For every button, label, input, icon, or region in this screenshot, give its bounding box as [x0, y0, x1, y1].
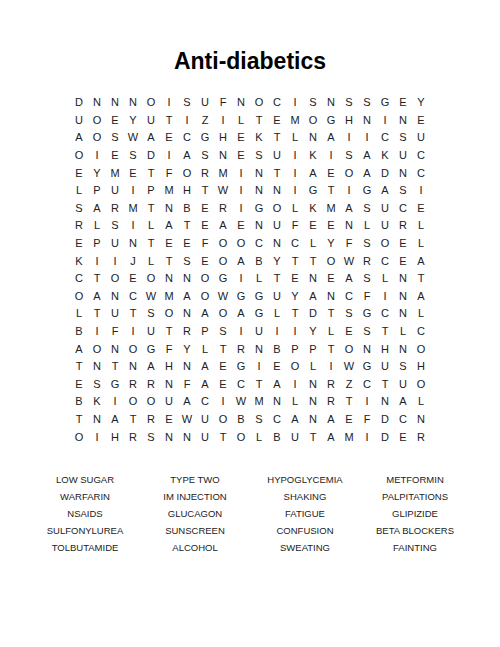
grid-cell: U	[394, 376, 412, 394]
grid-cell: T	[160, 323, 178, 341]
word-search-grid: DNNNOISUFNOCISNSSGEYUOEYUTIZILTEMOGHNINE…	[70, 94, 430, 446]
grid-cell: U	[394, 147, 412, 165]
word-list-item: PALPITATIONS	[360, 488, 470, 505]
grid-cell: T	[322, 305, 340, 323]
grid-cell: O	[232, 235, 250, 253]
grid-cell: I	[214, 112, 232, 130]
grid-cell: Z	[340, 376, 358, 394]
grid-cell: U	[412, 129, 430, 147]
word-list-item: SWEATING	[250, 539, 360, 556]
grid-cell: U	[196, 428, 214, 446]
grid-cell: R	[322, 393, 340, 411]
grid-cell: C	[178, 129, 196, 147]
grid-cell: N	[250, 164, 268, 182]
grid-cell: I	[358, 428, 376, 446]
grid-cell: F	[286, 217, 304, 235]
grid-cell: I	[106, 252, 124, 270]
grid-cell: I	[286, 164, 304, 182]
grid-cell: C	[124, 288, 142, 306]
grid-cell: L	[88, 217, 106, 235]
grid-cell: I	[322, 358, 340, 376]
grid-cell: U	[70, 112, 88, 130]
grid-cell: A	[394, 393, 412, 411]
grid-cell: D	[376, 164, 394, 182]
grid-cell: E	[232, 217, 250, 235]
grid-cell: S	[340, 305, 358, 323]
grid-cell: A	[358, 164, 376, 182]
word-list-item: BETA BLOCKERS	[360, 522, 470, 539]
grid-cell: S	[106, 129, 124, 147]
grid-cell: L	[250, 428, 268, 446]
grid-cell: T	[304, 252, 322, 270]
grid-cell: E	[124, 164, 142, 182]
grid-cell: I	[160, 94, 178, 112]
grid-cell: O	[178, 164, 196, 182]
grid-cell: A	[322, 129, 340, 147]
grid-cell: O	[124, 340, 142, 358]
grid-cell: N	[214, 147, 232, 165]
grid-cell: I	[88, 147, 106, 165]
grid-cell: U	[376, 217, 394, 235]
grid-cell: U	[196, 411, 214, 429]
grid-cell: E	[160, 411, 178, 429]
grid-cell: P	[88, 235, 106, 253]
grid-cell: C	[340, 288, 358, 306]
grid-cell: W	[214, 288, 232, 306]
grid-cell: I	[160, 147, 178, 165]
grid-cell: I	[412, 182, 430, 200]
grid-cell: B	[70, 393, 88, 411]
grid-cell: S	[250, 147, 268, 165]
grid-cell: N	[358, 112, 376, 130]
word-list-item: NSAIDS	[30, 505, 140, 522]
grid-cell: N	[178, 358, 196, 376]
word-list-column: HYPOGLYCEMIASHAKINGFATIGUECONFUSIONSWEAT…	[250, 471, 360, 556]
grid-cell: A	[70, 129, 88, 147]
grid-cell: W	[340, 252, 358, 270]
grid-cell: E	[394, 235, 412, 253]
grid-cell: S	[304, 94, 322, 112]
grid-cell: A	[142, 358, 160, 376]
grid-cell: F	[106, 323, 124, 341]
grid-cell: W	[124, 129, 142, 147]
grid-cell: N	[376, 393, 394, 411]
grid-cell: O	[142, 270, 160, 288]
grid-cell: E	[124, 270, 142, 288]
grid-cell: N	[88, 411, 106, 429]
grid-cell: E	[232, 129, 250, 147]
word-list-column: METFORMINPALPITATIONSGLIPIZIDEBETA BLOCK…	[360, 471, 470, 556]
grid-cell: C	[268, 411, 286, 429]
grid-cell: U	[106, 235, 124, 253]
grid-cell: O	[142, 94, 160, 112]
grid-cell: T	[268, 164, 286, 182]
grid-cell: E	[268, 358, 286, 376]
grid-cell: O	[196, 288, 214, 306]
grid-cell: A	[88, 288, 106, 306]
grid-cell: O	[196, 270, 214, 288]
grid-cell: N	[304, 129, 322, 147]
grid-cell: C	[232, 376, 250, 394]
grid-cell: E	[214, 358, 232, 376]
grid-cell: F	[340, 235, 358, 253]
word-list-item: ALCOHOL	[140, 539, 250, 556]
grid-cell: A	[268, 376, 286, 394]
grid-cell: D	[376, 428, 394, 446]
grid-cell: L	[358, 217, 376, 235]
grid-cell: N	[358, 340, 376, 358]
grid-cell: E	[70, 376, 88, 394]
word-list-item: CONFUSION	[250, 522, 360, 539]
word-list-item: METFORMIN	[360, 471, 470, 488]
grid-cell: E	[214, 376, 232, 394]
grid-cell: F	[160, 340, 178, 358]
grid-cell: Y	[412, 94, 430, 112]
grid-cell: O	[88, 112, 106, 130]
grid-cell: S	[340, 147, 358, 165]
grid-cell: T	[70, 358, 88, 376]
grid-cell: O	[214, 235, 232, 253]
grid-cell: I	[286, 323, 304, 341]
grid-cell: T	[214, 428, 232, 446]
grid-cell: I	[232, 270, 250, 288]
grid-cell: O	[70, 288, 88, 306]
grid-cell: W	[178, 411, 196, 429]
grid-cell: O	[160, 305, 178, 323]
grid-cell: N	[106, 94, 124, 112]
grid-cell: N	[304, 376, 322, 394]
grid-cell: E	[286, 270, 304, 288]
word-list-item: LOW SUGAR	[30, 471, 140, 488]
grid-cell: F	[358, 288, 376, 306]
grid-cell: N	[394, 164, 412, 182]
word-list-item: HYPOGLYCEMIA	[250, 471, 360, 488]
grid-cell: D	[70, 94, 88, 112]
grid-cell: E	[106, 112, 124, 130]
grid-cell: I	[376, 288, 394, 306]
grid-cell: A	[304, 288, 322, 306]
grid-cell: E	[106, 147, 124, 165]
puzzle-title: Anti-diabetics	[0, 48, 500, 75]
grid-cell: K	[250, 129, 268, 147]
grid-cell: E	[412, 200, 430, 218]
grid-cell: L	[412, 393, 430, 411]
grid-cell: U	[142, 112, 160, 130]
grid-cell: U	[160, 393, 178, 411]
grid-cell: R	[70, 217, 88, 235]
grid-cell: C	[394, 411, 412, 429]
grid-cell: N	[124, 94, 142, 112]
grid-cell: M	[340, 428, 358, 446]
grid-cell: T	[268, 270, 286, 288]
grid-cell: I	[250, 358, 268, 376]
grid-cell: R	[124, 428, 142, 446]
grid-cell: A	[196, 376, 214, 394]
grid-cell: Y	[322, 235, 340, 253]
grid-cell: N	[250, 217, 268, 235]
grid-cell: L	[376, 270, 394, 288]
grid-cell: S	[142, 305, 160, 323]
grid-cell: S	[340, 94, 358, 112]
grid-cell: U	[106, 305, 124, 323]
grid-cell: M	[160, 288, 178, 306]
grid-cell: B	[268, 340, 286, 358]
word-list-item: GLIPIZIDE	[360, 505, 470, 522]
grid-cell: L	[394, 323, 412, 341]
grid-cell: R	[106, 200, 124, 218]
grid-cell: I	[232, 200, 250, 218]
grid-cell: Y	[304, 323, 322, 341]
grid-cell: C	[196, 393, 214, 411]
grid-cell: I	[106, 393, 124, 411]
grid-cell: U	[106, 182, 124, 200]
grid-cell: F	[196, 235, 214, 253]
grid-cell: A	[178, 393, 196, 411]
grid-cell: C	[412, 164, 430, 182]
grid-cell: O	[214, 411, 232, 429]
grid-cell: G	[250, 288, 268, 306]
grid-cell: A	[322, 428, 340, 446]
grid-cell: O	[286, 358, 304, 376]
grid-cell: O	[106, 270, 124, 288]
grid-cell: E	[178, 235, 196, 253]
grid-cell: I	[340, 182, 358, 200]
grid-cell: S	[178, 94, 196, 112]
grid-cell: H	[340, 112, 358, 130]
grid-cell: L	[304, 358, 322, 376]
grid-cell: C	[358, 376, 376, 394]
grid-cell: N	[178, 305, 196, 323]
grid-cell: E	[394, 94, 412, 112]
grid-cell: E	[394, 252, 412, 270]
grid-cell: I	[178, 112, 196, 130]
grid-cell: E	[322, 164, 340, 182]
grid-cell: L	[142, 217, 160, 235]
grid-cell: B	[70, 323, 88, 341]
grid-cell: O	[412, 376, 430, 394]
grid-cell: G	[232, 288, 250, 306]
grid-cell: O	[250, 94, 268, 112]
grid-cell: A	[178, 147, 196, 165]
grid-cell: K	[70, 252, 88, 270]
grid-cell: F	[178, 376, 196, 394]
grid-cell: O	[70, 428, 88, 446]
grid-cell: A	[196, 358, 214, 376]
grid-cell: C	[376, 305, 394, 323]
grid-cell: N	[88, 94, 106, 112]
grid-cell: E	[304, 217, 322, 235]
grid-cell: O	[268, 200, 286, 218]
grid-cell: T	[142, 200, 160, 218]
grid-cell: C	[412, 147, 430, 165]
grid-cell: H	[412, 358, 430, 376]
grid-cell: L	[304, 235, 322, 253]
grid-cell: G	[142, 340, 160, 358]
grid-cell: M	[250, 393, 268, 411]
grid-cell: N	[178, 428, 196, 446]
grid-cell: N	[160, 270, 178, 288]
grid-cell: S	[70, 200, 88, 218]
grid-cell: I	[88, 428, 106, 446]
grid-cell: N	[412, 411, 430, 429]
grid-cell: C	[70, 270, 88, 288]
grid-cell: T	[268, 129, 286, 147]
grid-cell: F	[358, 411, 376, 429]
grid-cell: M	[286, 112, 304, 130]
grid-cell: F	[160, 164, 178, 182]
grid-cell: R	[124, 376, 142, 394]
grid-cell: R	[214, 200, 232, 218]
grid-cell: N	[304, 411, 322, 429]
grid-cell: N	[124, 358, 142, 376]
grid-cell: G	[214, 270, 232, 288]
grid-cell: W	[214, 182, 232, 200]
grid-cell: L	[70, 182, 88, 200]
grid-cell: I	[286, 94, 304, 112]
grid-cell: C	[376, 252, 394, 270]
grid-cell: M	[160, 182, 178, 200]
grid-cell: E	[322, 217, 340, 235]
grid-cell: K	[304, 147, 322, 165]
grid-cell: E	[196, 217, 214, 235]
grid-cell: L	[286, 200, 304, 218]
grid-cell: N	[160, 200, 178, 218]
grid-cell: A	[160, 217, 178, 235]
grid-cell: Y	[178, 340, 196, 358]
grid-cell: K	[376, 147, 394, 165]
grid-cell: G	[250, 305, 268, 323]
grid-cell: I	[358, 393, 376, 411]
grid-cell: E	[160, 129, 178, 147]
grid-cell: O	[232, 428, 250, 446]
grid-cell: R	[412, 428, 430, 446]
grid-cell: R	[358, 252, 376, 270]
word-list-item: TOLBUTAMIDE	[30, 539, 140, 556]
grid-cell: N	[232, 94, 250, 112]
grid-cell: G	[376, 94, 394, 112]
grid-cell: L	[232, 112, 250, 130]
grid-cell: I	[322, 147, 340, 165]
grid-cell: R	[394, 217, 412, 235]
grid-cell: S	[394, 182, 412, 200]
grid-cell: D	[376, 411, 394, 429]
grid-cell: U	[268, 288, 286, 306]
grid-cell: L	[286, 393, 304, 411]
grid-cell: S	[358, 94, 376, 112]
grid-cell: G	[358, 182, 376, 200]
grid-cell: O	[412, 340, 430, 358]
grid-cell: L	[412, 217, 430, 235]
grid-cell: N	[106, 288, 124, 306]
grid-cell: L	[196, 340, 214, 358]
grid-cell: N	[304, 270, 322, 288]
grid-cell: G	[322, 112, 340, 130]
grid-cell: S	[358, 323, 376, 341]
grid-cell: A	[340, 270, 358, 288]
word-list-item: WARFARIN	[30, 488, 140, 505]
grid-cell: I	[340, 129, 358, 147]
word-list-item: IM INJECTION	[140, 488, 250, 505]
grid-cell: O	[88, 129, 106, 147]
grid-cell: A	[376, 182, 394, 200]
grid-cell: S	[394, 358, 412, 376]
grid-cell: C	[412, 323, 430, 341]
grid-cell: T	[178, 217, 196, 235]
grid-cell: E	[232, 147, 250, 165]
grid-cell: I	[124, 323, 142, 341]
grid-cell: E	[322, 270, 340, 288]
grid-cell: N	[250, 340, 268, 358]
grid-cell: I	[214, 393, 232, 411]
grid-cell: N	[304, 393, 322, 411]
grid-cell: H	[106, 428, 124, 446]
grid-cell: T	[160, 112, 178, 130]
grid-cell: O	[322, 252, 340, 270]
grid-cell: U	[376, 200, 394, 218]
grid-cell: M	[124, 200, 142, 218]
grid-cell: A	[232, 252, 250, 270]
grid-cell: A	[70, 340, 88, 358]
grid-cell: T	[322, 182, 340, 200]
grid-cell: I	[286, 182, 304, 200]
grid-cell: N	[160, 428, 178, 446]
grid-cell: G	[358, 305, 376, 323]
grid-cell: A	[412, 288, 430, 306]
grid-cell: I	[88, 252, 106, 270]
grid-cell: E	[160, 235, 178, 253]
grid-cell: T	[340, 393, 358, 411]
grid-cell: E	[70, 164, 88, 182]
grid-cell: D	[142, 147, 160, 165]
grid-cell: A	[304, 164, 322, 182]
grid-cell: T	[106, 358, 124, 376]
grid-cell: M	[214, 164, 232, 182]
grid-cell: W	[232, 393, 250, 411]
grid-cell: N	[394, 340, 412, 358]
grid-cell: R	[232, 340, 250, 358]
word-list-item: SHAKING	[250, 488, 360, 505]
grid-cell: A	[286, 411, 304, 429]
grid-cell: N	[106, 340, 124, 358]
grid-cell: L	[268, 305, 286, 323]
grid-cell: T	[160, 252, 178, 270]
grid-cell: Y	[286, 288, 304, 306]
grid-cell: U	[268, 147, 286, 165]
worksheet-page: Anti-diabetics DNNNOISUFNOCISNSSGEYUOEYU…	[0, 0, 500, 647]
grid-cell: T	[142, 235, 160, 253]
grid-cell: M	[322, 200, 340, 218]
grid-cell: T	[124, 411, 142, 429]
grid-cell: D	[304, 305, 322, 323]
grid-cell: A	[214, 217, 232, 235]
grid-cell: S	[196, 147, 214, 165]
grid-cell: U	[286, 428, 304, 446]
grid-cell: M	[106, 164, 124, 182]
grid-cell: N	[394, 270, 412, 288]
grid-cell: O	[340, 340, 358, 358]
grid-cell: N	[268, 182, 286, 200]
grid-cell: N	[394, 305, 412, 323]
grid-cell: R	[142, 376, 160, 394]
grid-cell: B	[178, 200, 196, 218]
grid-cell: C	[268, 94, 286, 112]
grid-cell: N	[124, 235, 142, 253]
grid-cell: I	[358, 129, 376, 147]
grid-cell: I	[88, 323, 106, 341]
grid-cell: B	[268, 428, 286, 446]
grid-cell: L	[142, 252, 160, 270]
grid-cell: R	[196, 164, 214, 182]
